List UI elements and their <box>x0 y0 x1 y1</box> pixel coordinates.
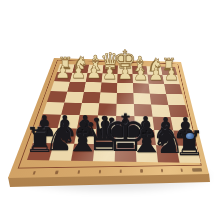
dark-square <box>133 83 150 93</box>
light-square <box>117 83 133 93</box>
light-square <box>166 94 185 105</box>
photo-canvas: ♜♞♝♛♚♝♞♜♟♟♟♟♟♟♟♟♟♟♟♟♟♟♟♟♜♞♝♛♚♝♞♜ <box>0 0 224 224</box>
coordinate-tick <box>99 170 101 173</box>
coordinate-tick <box>120 170 122 173</box>
white-pawn: ♟ <box>117 65 132 82</box>
coordinate-tick <box>161 169 163 172</box>
white-pawn: ♟ <box>86 64 101 81</box>
blue-accent-detail <box>186 133 194 139</box>
white-pawn: ♟ <box>71 64 86 81</box>
white-pawn: ♟ <box>164 66 179 83</box>
white-pawn: ♟ <box>55 63 70 80</box>
dark-square <box>164 84 182 94</box>
white-pawn: ♟ <box>148 66 163 83</box>
black-rook: ♜ <box>174 126 204 160</box>
white-pawn: ♟ <box>102 64 117 81</box>
dark-square <box>67 82 85 92</box>
coordinate-tick <box>55 171 58 174</box>
coordinate-tick <box>77 170 80 173</box>
coordinate-tick <box>33 171 36 174</box>
dark-square <box>100 82 117 92</box>
brand-mark <box>192 168 202 172</box>
light-square <box>84 82 102 92</box>
coordinate-tick <box>180 168 183 171</box>
dark-square <box>82 92 101 103</box>
white-pawn: ♟ <box>133 65 148 82</box>
light-square <box>64 92 83 103</box>
coordinate-tick <box>140 169 142 172</box>
